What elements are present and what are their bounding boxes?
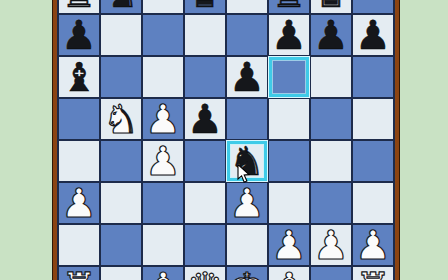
square-f3[interactable]	[268, 182, 310, 224]
black-pawn[interactable]: ♟	[310, 14, 352, 56]
square-e6[interactable]: ♟	[226, 56, 268, 98]
white-pawn[interactable]: ♟	[142, 140, 184, 182]
white-rook[interactable]: ♜	[352, 266, 394, 280]
square-h1[interactable]: ♜	[352, 266, 394, 280]
square-e3[interactable]: ♟	[226, 182, 268, 224]
square-d3[interactable]	[184, 182, 226, 224]
square-e4[interactable]: ♞	[226, 140, 268, 182]
black-knight[interactable]: ♞	[100, 0, 142, 14]
square-h7[interactable]: ♟	[352, 14, 394, 56]
square-a2[interactable]	[58, 224, 100, 266]
square-a1[interactable]: ♜	[58, 266, 100, 280]
black-pawn[interactable]: ♟	[226, 56, 268, 98]
board-frame: ♜♞♛♜♚♟♟♟♟♝♟♞♟♟♟♞♟♟♟♟♟♜♝♛♚♝♜	[52, 0, 400, 280]
square-g4[interactable]	[310, 140, 352, 182]
square-d8[interactable]: ♛	[184, 0, 226, 14]
square-h3[interactable]	[352, 182, 394, 224]
square-c7[interactable]	[142, 14, 184, 56]
square-f2[interactable]: ♟	[268, 224, 310, 266]
square-h6[interactable]	[352, 56, 394, 98]
square-f7[interactable]: ♟	[268, 14, 310, 56]
white-pawn[interactable]: ♟	[268, 224, 310, 266]
square-g1[interactable]	[310, 266, 352, 280]
white-pawn[interactable]: ♟	[352, 224, 394, 266]
square-g7[interactable]: ♟	[310, 14, 352, 56]
chess-app-screenshot: ♜♞♛♜♚♟♟♟♟♝♟♞♟♟♟♞♟♟♟♟♟♜♝♛♚♝♜	[0, 0, 448, 280]
square-c8[interactable]	[142, 0, 184, 14]
square-g5[interactable]	[310, 98, 352, 140]
square-e2[interactable]	[226, 224, 268, 266]
square-f5[interactable]	[268, 98, 310, 140]
white-pawn[interactable]: ♟	[310, 224, 352, 266]
square-f4[interactable]	[268, 140, 310, 182]
white-bishop[interactable]: ♝	[268, 266, 310, 280]
square-a5[interactable]	[58, 98, 100, 140]
black-pawn[interactable]: ♟	[184, 98, 226, 140]
square-b3[interactable]	[100, 182, 142, 224]
square-e5[interactable]	[226, 98, 268, 140]
square-d4[interactable]	[184, 140, 226, 182]
black-pawn[interactable]: ♟	[352, 14, 394, 56]
black-pawn[interactable]: ♟	[58, 14, 100, 56]
square-d1[interactable]: ♛	[184, 266, 226, 280]
square-e8[interactable]	[226, 0, 268, 14]
square-g2[interactable]: ♟	[310, 224, 352, 266]
square-c5[interactable]: ♟	[142, 98, 184, 140]
square-g6[interactable]	[310, 56, 352, 98]
square-c6[interactable]	[142, 56, 184, 98]
square-h2[interactable]: ♟	[352, 224, 394, 266]
square-a3[interactable]: ♟	[58, 182, 100, 224]
square-c2[interactable]	[142, 224, 184, 266]
white-knight[interactable]: ♞	[100, 98, 142, 140]
black-queen[interactable]: ♛	[184, 0, 226, 14]
black-bishop[interactable]: ♝	[58, 56, 100, 98]
black-knight[interactable]: ♞	[226, 140, 268, 182]
square-e1[interactable]: ♚	[226, 266, 268, 280]
white-rook[interactable]: ♜	[58, 266, 100, 280]
square-a4[interactable]	[58, 140, 100, 182]
square-b8[interactable]: ♞	[100, 0, 142, 14]
white-queen[interactable]: ♛	[184, 266, 226, 280]
square-g3[interactable]	[310, 182, 352, 224]
square-f1[interactable]: ♝	[268, 266, 310, 280]
square-b1[interactable]	[100, 266, 142, 280]
square-c4[interactable]: ♟	[142, 140, 184, 182]
square-a6[interactable]: ♝	[58, 56, 100, 98]
square-h5[interactable]	[352, 98, 394, 140]
black-pawn[interactable]: ♟	[268, 14, 310, 56]
white-king[interactable]: ♚	[226, 266, 268, 280]
white-bishop[interactable]: ♝	[142, 266, 184, 280]
square-b4[interactable]	[100, 140, 142, 182]
white-pawn[interactable]: ♟	[226, 182, 268, 224]
square-d7[interactable]	[184, 14, 226, 56]
square-b5[interactable]: ♞	[100, 98, 142, 140]
square-e7[interactable]	[226, 14, 268, 56]
square-d6[interactable]	[184, 56, 226, 98]
chess-board: ♜♞♛♜♚♟♟♟♟♝♟♞♟♟♟♞♟♟♟♟♟♜♝♛♚♝♜	[57, 0, 395, 280]
square-a7[interactable]: ♟	[58, 14, 100, 56]
white-pawn[interactable]: ♟	[142, 98, 184, 140]
square-d2[interactable]	[184, 224, 226, 266]
square-d5[interactable]: ♟	[184, 98, 226, 140]
square-c3[interactable]	[142, 182, 184, 224]
square-b2[interactable]	[100, 224, 142, 266]
square-b6[interactable]	[100, 56, 142, 98]
square-f6[interactable]	[268, 56, 310, 98]
square-b7[interactable]	[100, 14, 142, 56]
white-pawn[interactable]: ♟	[58, 182, 100, 224]
square-h4[interactable]	[352, 140, 394, 182]
square-c1[interactable]: ♝	[142, 266, 184, 280]
